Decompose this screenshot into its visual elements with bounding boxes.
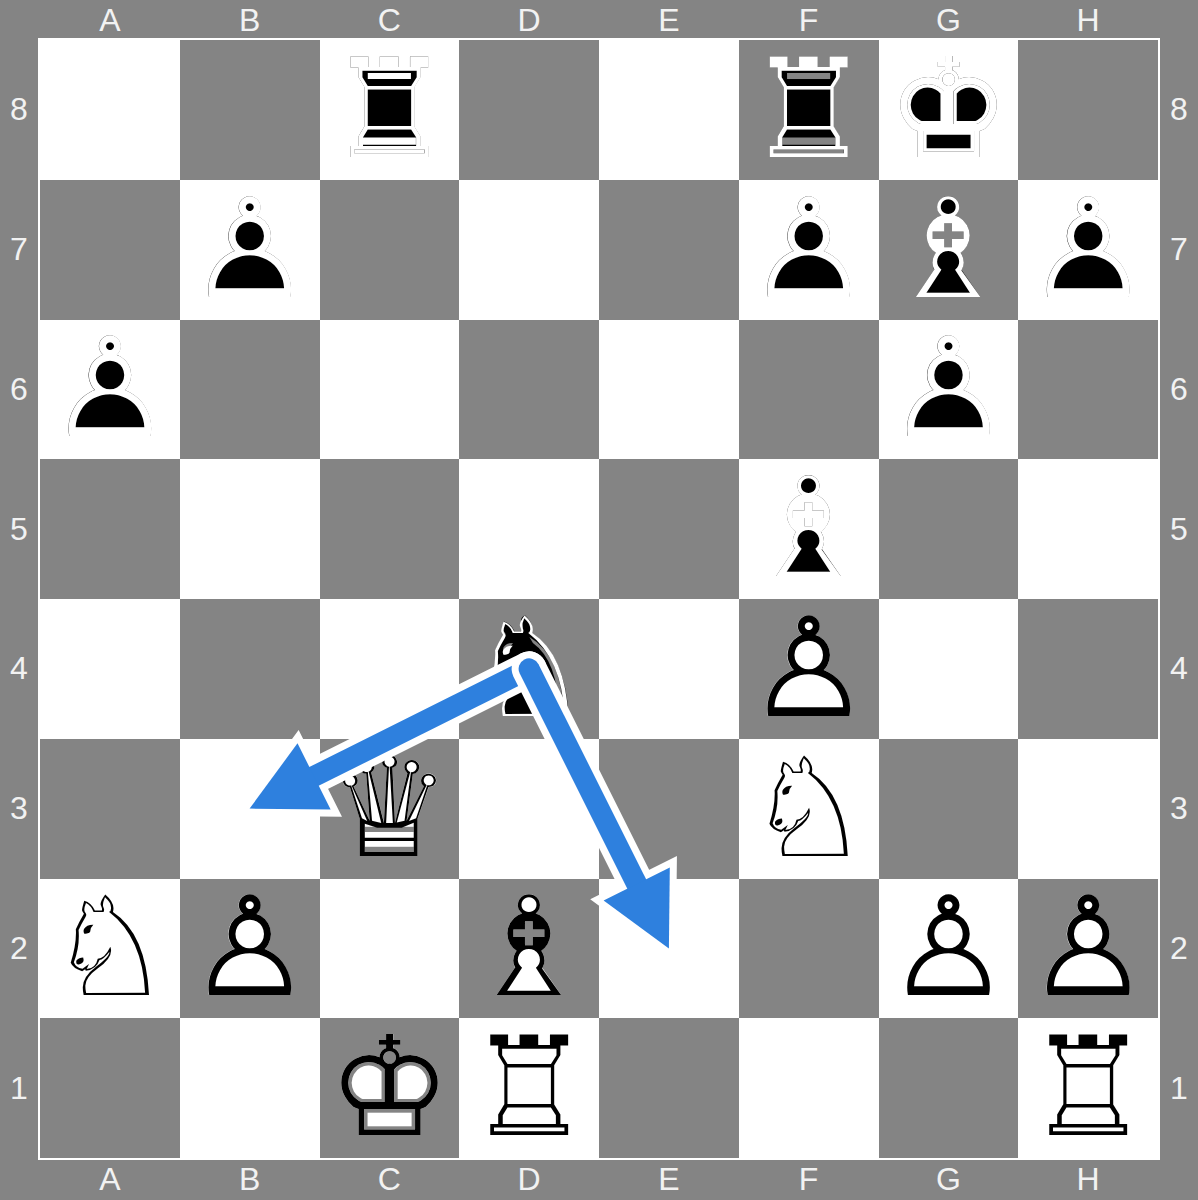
file-label-h: H — [1018, 1158, 1158, 1200]
piece-white-pawn-g2[interactable]: ♟♙ — [879, 879, 1019, 1019]
piece-white-pawn-b2[interactable]: ♟♙ — [180, 879, 320, 1019]
file-label-h: H — [1018, 0, 1158, 40]
rank-label-1: 1 — [1160, 1018, 1198, 1158]
piece-white-rook-d1[interactable]: ♜♖ — [459, 1018, 599, 1158]
square-f2[interactable] — [739, 879, 879, 1019]
piece-white-knight-f3[interactable]: ♞♘ — [739, 739, 879, 879]
square-e6[interactable] — [599, 320, 739, 460]
file-label-d: D — [459, 1158, 599, 1200]
rank-label-5: 5 — [1160, 459, 1198, 599]
square-g1[interactable] — [879, 1018, 1019, 1158]
square-f8[interactable]: ♜♖ — [739, 40, 879, 180]
square-c1[interactable]: ♚♔ — [320, 1018, 460, 1158]
square-f4[interactable]: ♟♙ — [739, 599, 879, 739]
square-b4[interactable] — [180, 599, 320, 739]
square-c3[interactable]: ♛♕ — [320, 739, 460, 879]
rank-label-1: 1 — [0, 1018, 38, 1158]
piece-black-pawn-f7[interactable]: ♟♙ — [739, 180, 879, 320]
square-d8[interactable] — [459, 40, 599, 180]
piece-white-pawn-h2[interactable]: ♟♙ — [1018, 879, 1158, 1019]
square-g5[interactable] — [879, 459, 1019, 599]
file-label-b: B — [180, 0, 320, 40]
rank-labels-left: 87654321 — [0, 40, 38, 1158]
file-labels-bottom: ABCDEFGH — [40, 1158, 1158, 1200]
square-a1[interactable] — [40, 1018, 180, 1158]
piece-black-rook-c8[interactable]: ♜♖ — [320, 40, 460, 180]
file-label-g: G — [879, 0, 1019, 40]
square-h8[interactable] — [1018, 40, 1158, 180]
square-f1[interactable] — [739, 1018, 879, 1158]
square-d6[interactable] — [459, 320, 599, 460]
file-label-b: B — [180, 1158, 320, 1200]
rank-label-6: 6 — [0, 320, 38, 460]
square-e5[interactable] — [599, 459, 739, 599]
square-d1[interactable]: ♜♖ — [459, 1018, 599, 1158]
square-a8[interactable] — [40, 40, 180, 180]
square-a5[interactable] — [40, 459, 180, 599]
rank-label-4: 4 — [0, 599, 38, 739]
square-d7[interactable] — [459, 180, 599, 320]
file-label-e: E — [599, 0, 739, 40]
square-h7[interactable]: ♟♙ — [1018, 180, 1158, 320]
chess-board-frame: ABCDEFGH ABCDEFGH 87654321 87654321 ♜♖♜♖… — [0, 0, 1198, 1200]
square-h6[interactable] — [1018, 320, 1158, 460]
piece-white-bishop-d2[interactable]: ♝♗ — [459, 879, 599, 1019]
file-label-a: A — [40, 1158, 180, 1200]
square-f3[interactable]: ♞♘ — [739, 739, 879, 879]
square-g2[interactable]: ♟♙ — [879, 879, 1019, 1019]
piece-black-pawn-a6[interactable]: ♟♙ — [40, 320, 180, 460]
square-c5[interactable] — [320, 459, 460, 599]
piece-black-pawn-h7[interactable]: ♟♙ — [1018, 180, 1158, 320]
square-b3[interactable] — [180, 739, 320, 879]
square-c7[interactable] — [320, 180, 460, 320]
piece-white-queen-c3[interactable]: ♛♕ — [320, 739, 460, 879]
square-h1[interactable]: ♜♖ — [1018, 1018, 1158, 1158]
rank-label-8: 8 — [1160, 40, 1198, 180]
square-e1[interactable] — [599, 1018, 739, 1158]
file-label-g: G — [879, 1158, 1019, 1200]
rank-label-5: 5 — [0, 459, 38, 599]
square-g6[interactable]: ♟♙ — [879, 320, 1019, 460]
file-label-c: C — [320, 0, 460, 40]
rank-label-7: 7 — [1160, 180, 1198, 320]
square-b7[interactable]: ♟♙ — [180, 180, 320, 320]
square-h3[interactable] — [1018, 739, 1158, 879]
rank-label-3: 3 — [1160, 739, 1198, 879]
square-g7[interactable]: ♝♗ — [879, 180, 1019, 320]
rank-label-3: 3 — [0, 739, 38, 879]
file-label-d: D — [459, 0, 599, 40]
chess-board: ♜♖♜♖♚♔♟♙♟♙♝♗♟♙♟♙♟♙♝♗♞♘♟♙♛♕♞♘♞♘♟♙♝♗♟♙♟♙♚♔… — [38, 38, 1160, 1160]
square-f5[interactable]: ♝♗ — [739, 459, 879, 599]
square-f6[interactable] — [739, 320, 879, 460]
piece-black-pawn-g6[interactable]: ♟♙ — [879, 320, 1019, 460]
square-g4[interactable] — [879, 599, 1019, 739]
square-b8[interactable] — [180, 40, 320, 180]
rank-label-4: 4 — [1160, 599, 1198, 739]
square-a3[interactable] — [40, 739, 180, 879]
file-label-e: E — [599, 1158, 739, 1200]
piece-white-king-c1[interactable]: ♚♔ — [320, 1018, 460, 1158]
square-b1[interactable] — [180, 1018, 320, 1158]
square-c2[interactable] — [320, 879, 460, 1019]
square-e2[interactable] — [599, 879, 739, 1019]
piece-white-pawn-f4[interactable]: ♟♙ — [739, 599, 879, 739]
square-b6[interactable] — [180, 320, 320, 460]
rank-label-8: 8 — [0, 40, 38, 180]
square-e4[interactable] — [599, 599, 739, 739]
file-label-f: F — [739, 1158, 879, 1200]
square-a2[interactable]: ♞♘ — [40, 879, 180, 1019]
square-e7[interactable] — [599, 180, 739, 320]
square-g3[interactable] — [879, 739, 1019, 879]
piece-black-bishop-g7[interactable]: ♝♗ — [879, 180, 1019, 320]
piece-black-rook-f8[interactable]: ♜♖ — [739, 40, 879, 180]
square-e3[interactable] — [599, 739, 739, 879]
piece-black-knight-d4[interactable]: ♞♘ — [459, 599, 599, 739]
square-h5[interactable] — [1018, 459, 1158, 599]
square-e8[interactable] — [599, 40, 739, 180]
square-c6[interactable] — [320, 320, 460, 460]
square-d2[interactable]: ♝♗ — [459, 879, 599, 1019]
square-b5[interactable] — [180, 459, 320, 599]
piece-black-pawn-b7[interactable]: ♟♙ — [180, 180, 320, 320]
rank-label-2: 2 — [1160, 879, 1198, 1019]
square-d5[interactable] — [459, 459, 599, 599]
square-a4[interactable] — [40, 599, 180, 739]
piece-black-king-g8[interactable]: ♚♔ — [879, 40, 1019, 180]
square-a6[interactable]: ♟♙ — [40, 320, 180, 460]
square-d4[interactable]: ♞♘ — [459, 599, 599, 739]
square-c4[interactable] — [320, 599, 460, 739]
file-label-c: C — [320, 1158, 460, 1200]
file-labels-top: ABCDEFGH — [40, 0, 1158, 40]
square-d3[interactable] — [459, 739, 599, 879]
rank-label-7: 7 — [0, 180, 38, 320]
rank-labels-right: 87654321 — [1160, 40, 1198, 1158]
file-label-f: F — [739, 0, 879, 40]
square-h4[interactable] — [1018, 599, 1158, 739]
piece-white-knight-a2[interactable]: ♞♘ — [40, 879, 180, 1019]
square-b2[interactable]: ♟♙ — [180, 879, 320, 1019]
square-f7[interactable]: ♟♙ — [739, 180, 879, 320]
piece-black-bishop-f5[interactable]: ♝♗ — [739, 459, 879, 599]
square-g8[interactable]: ♚♔ — [879, 40, 1019, 180]
piece-white-rook-h1[interactable]: ♜♖ — [1018, 1018, 1158, 1158]
square-a7[interactable] — [40, 180, 180, 320]
square-c8[interactable]: ♜♖ — [320, 40, 460, 180]
rank-label-2: 2 — [0, 879, 38, 1019]
file-label-a: A — [40, 0, 180, 40]
square-h2[interactable]: ♟♙ — [1018, 879, 1158, 1019]
rank-label-6: 6 — [1160, 320, 1198, 460]
